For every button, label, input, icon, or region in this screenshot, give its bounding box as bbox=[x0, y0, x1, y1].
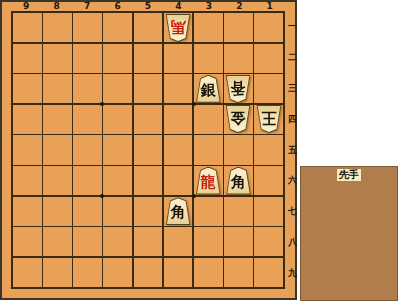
board-cell-4-9[interactable] bbox=[164, 258, 193, 287]
rank-label-4: 四 bbox=[286, 104, 299, 135]
piece-glyph: 角 bbox=[165, 197, 191, 225]
board-cell-2-9[interactable] bbox=[224, 258, 253, 287]
board-cell-7-6[interactable] bbox=[73, 166, 102, 195]
board-cell-1-4[interactable]: 王 bbox=[254, 105, 283, 134]
board-cell-7-9[interactable] bbox=[73, 258, 102, 287]
board-cell-3-8[interactable] bbox=[194, 227, 223, 256]
board-cell-9-4[interactable] bbox=[13, 105, 42, 134]
piece-glyph: 馬 bbox=[165, 14, 191, 42]
shogi-piece-sente-角-4七[interactable]: 角 bbox=[165, 197, 191, 225]
board-cell-6-5[interactable] bbox=[103, 135, 132, 164]
board-cell-4-2[interactable] bbox=[164, 44, 193, 73]
file-label-5: 5 bbox=[133, 2, 163, 11]
board-cell-7-1[interactable] bbox=[73, 13, 102, 42]
board-cell-4-1[interactable]: 馬 bbox=[164, 13, 193, 42]
board-cell-5-3[interactable] bbox=[134, 74, 163, 103]
piece-wrap-3三: 銀 bbox=[195, 75, 221, 103]
piece-wrap-4七: 角 bbox=[165, 197, 191, 225]
board-cell-8-6[interactable] bbox=[43, 166, 72, 195]
board-cell-8-5[interactable] bbox=[43, 135, 72, 164]
board-cell-3-5[interactable] bbox=[194, 135, 223, 164]
board-cell-6-3[interactable] bbox=[103, 74, 132, 103]
board-cell-3-4[interactable] bbox=[194, 105, 223, 134]
piece-glyph: 銀 bbox=[195, 75, 221, 103]
board-cell-2-5[interactable] bbox=[224, 135, 253, 164]
file-label-9: 9 bbox=[11, 2, 41, 11]
board-cell-2-4[interactable]: 金 bbox=[224, 105, 253, 134]
board-cell-7-7[interactable] bbox=[73, 197, 102, 226]
board-cell-8-7[interactable] bbox=[43, 197, 72, 226]
board-cell-5-5[interactable] bbox=[134, 135, 163, 164]
board-cell-3-7[interactable] bbox=[194, 197, 223, 226]
piece-wrap-2四: 金 bbox=[225, 105, 251, 133]
board-cell-9-9[interactable] bbox=[13, 258, 42, 287]
board-cell-2-7[interactable] bbox=[224, 197, 253, 226]
board-cell-9-7[interactable] bbox=[13, 197, 42, 226]
board-cell-5-7[interactable] bbox=[134, 197, 163, 226]
piece-glyph: 金 bbox=[225, 105, 251, 133]
board-cell-5-8[interactable] bbox=[134, 227, 163, 256]
board-cell-2-8[interactable] bbox=[224, 227, 253, 256]
board-cell-1-2[interactable] bbox=[254, 44, 283, 73]
board-cell-5-9[interactable] bbox=[134, 258, 163, 287]
board-cell-7-3[interactable] bbox=[73, 74, 102, 103]
shogi-piece-gote-金-2四[interactable]: 金 bbox=[225, 105, 251, 133]
piece-wrap-2六: 角 bbox=[225, 167, 251, 195]
board-cell-1-8[interactable] bbox=[254, 227, 283, 256]
rank-label-2: 二 bbox=[286, 42, 299, 73]
board-cell-1-3[interactable] bbox=[254, 74, 283, 103]
piece-wrap-1四: 王 bbox=[256, 105, 282, 133]
board-cell-9-1[interactable] bbox=[13, 13, 42, 42]
shogi-piece-gote-香-2三[interactable]: 香 bbox=[225, 75, 251, 103]
rank-label-1: 一 bbox=[286, 11, 299, 42]
board-cell-7-8[interactable] bbox=[73, 227, 102, 256]
board-cell-9-6[interactable] bbox=[13, 166, 42, 195]
board-cell-9-8[interactable] bbox=[13, 227, 42, 256]
board-cell-7-2[interactable] bbox=[73, 44, 102, 73]
board-cell-8-9[interactable] bbox=[43, 258, 72, 287]
file-label-8: 8 bbox=[41, 2, 71, 11]
board-cell-6-7[interactable] bbox=[103, 197, 132, 226]
board-cell-3-9[interactable] bbox=[194, 258, 223, 287]
shogi-board-panel: 987654321 馬銀香金王龍角角 bbox=[0, 0, 297, 300]
board-cell-7-4[interactable] bbox=[73, 105, 102, 134]
file-label-1: 1 bbox=[255, 2, 285, 11]
board-cell-7-5[interactable] bbox=[73, 135, 102, 164]
board-cell-1-9[interactable] bbox=[254, 258, 283, 287]
board-cell-6-8[interactable] bbox=[103, 227, 132, 256]
board-cell-1-6[interactable] bbox=[254, 166, 283, 195]
sente-hand-label: 先手 bbox=[337, 169, 361, 181]
board-grid: 馬銀香金王龍角角 bbox=[11, 11, 285, 289]
board-cell-8-4[interactable] bbox=[43, 105, 72, 134]
board-cell-1-7[interactable] bbox=[254, 197, 283, 226]
board-cell-5-2[interactable] bbox=[134, 44, 163, 73]
board-cell-8-1[interactable] bbox=[43, 13, 72, 42]
rank-label-3: 三 bbox=[286, 73, 299, 104]
board-cell-2-2[interactable] bbox=[224, 44, 253, 73]
shogi-piece-gote-王-1四[interactable]: 王 bbox=[256, 105, 282, 133]
board-cell-9-3[interactable] bbox=[13, 74, 42, 103]
rank-label-8: 八 bbox=[286, 227, 299, 258]
board-cell-6-6[interactable] bbox=[103, 166, 132, 195]
board-cell-5-1[interactable] bbox=[134, 13, 163, 42]
rank-labels: 一二三四五六七八九 bbox=[286, 11, 299, 289]
board-cell-9-2[interactable] bbox=[13, 44, 42, 73]
file-label-7: 7 bbox=[72, 2, 102, 11]
piece-glyph: 角 bbox=[225, 167, 251, 195]
shogi-piece-sente-龍-3六[interactable]: 龍 bbox=[195, 167, 221, 195]
board-cell-4-4[interactable] bbox=[164, 105, 193, 134]
board-cell-6-2[interactable] bbox=[103, 44, 132, 73]
board-cell-2-6[interactable]: 角 bbox=[224, 166, 253, 195]
board-cell-3-6[interactable]: 龍 bbox=[194, 166, 223, 195]
board-cell-2-3[interactable]: 香 bbox=[224, 74, 253, 103]
board-cell-8-8[interactable] bbox=[43, 227, 72, 256]
board-cell-1-5[interactable] bbox=[254, 135, 283, 164]
piece-glyph: 香 bbox=[225, 75, 251, 103]
board-cell-8-2[interactable] bbox=[43, 44, 72, 73]
board-cell-4-8[interactable] bbox=[164, 227, 193, 256]
piece-glyph: 王 bbox=[256, 105, 282, 133]
file-labels: 987654321 bbox=[11, 2, 285, 11]
board-wrap: 馬銀香金王龍角角 bbox=[11, 11, 285, 289]
board-cell-2-1[interactable] bbox=[224, 13, 253, 42]
board-cell-4-7[interactable]: 角 bbox=[164, 197, 193, 226]
board-cell-5-6[interactable] bbox=[134, 166, 163, 195]
piece-glyph: 龍 bbox=[195, 167, 221, 195]
piece-wrap-2三: 香 bbox=[225, 75, 251, 103]
board-cell-6-4[interactable] bbox=[103, 105, 132, 134]
file-label-6: 6 bbox=[102, 2, 132, 11]
board-cell-6-1[interactable] bbox=[103, 13, 132, 42]
board-cell-6-9[interactable] bbox=[103, 258, 132, 287]
rank-label-6: 六 bbox=[286, 165, 299, 196]
board-cell-3-2[interactable] bbox=[194, 44, 223, 73]
sente-hand-panel[interactable]: 先手 bbox=[300, 166, 398, 301]
board-cell-3-1[interactable] bbox=[194, 13, 223, 42]
board-cell-5-4[interactable] bbox=[134, 105, 163, 134]
board-cell-8-3[interactable] bbox=[43, 74, 72, 103]
board-cell-4-3[interactable] bbox=[164, 74, 193, 103]
piece-wrap-3六: 龍 bbox=[195, 167, 221, 195]
file-label-4: 4 bbox=[163, 2, 193, 11]
file-label-3: 3 bbox=[194, 2, 224, 11]
file-label-2: 2 bbox=[224, 2, 254, 11]
shogi-piece-sente-銀-3三[interactable]: 銀 bbox=[195, 75, 221, 103]
board-cell-4-5[interactable] bbox=[164, 135, 193, 164]
board-cell-1-1[interactable] bbox=[254, 13, 283, 42]
rank-label-9: 九 bbox=[286, 258, 299, 289]
board-cell-4-6[interactable] bbox=[164, 166, 193, 195]
shogi-piece-sente-角-2六[interactable]: 角 bbox=[225, 167, 251, 195]
piece-wrap-4一: 馬 bbox=[165, 14, 191, 42]
rank-label-5: 五 bbox=[286, 135, 299, 166]
rank-label-7: 七 bbox=[286, 196, 299, 227]
board-cell-9-5[interactable] bbox=[13, 135, 42, 164]
shogi-piece-gote-馬-4一[interactable]: 馬 bbox=[165, 14, 191, 42]
board-cell-3-3[interactable]: 銀 bbox=[194, 74, 223, 103]
